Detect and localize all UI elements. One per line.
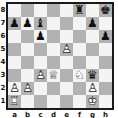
white-pawn: ♙ (21, 82, 34, 95)
square-a1[interactable]: ♜♖ (8, 95, 21, 108)
square-h1[interactable] (99, 95, 112, 108)
white-king-fill: ♚ (86, 95, 99, 108)
square-f2[interactable] (73, 82, 86, 95)
square-a7[interactable]: ♟ (8, 17, 21, 30)
square-g6[interactable] (86, 30, 99, 43)
square-a6[interactable] (8, 30, 21, 43)
black-pawn: ♟ (8, 17, 21, 30)
square-c7[interactable]: ♝ (34, 17, 47, 30)
square-f3[interactable]: ♞♘ (73, 69, 86, 82)
square-b2[interactable]: ♟♙ (21, 82, 34, 95)
square-b4[interactable] (21, 56, 34, 69)
square-e7[interactable] (60, 17, 73, 30)
white-king: ♔ (86, 95, 99, 108)
black-rook: ♜ (73, 4, 86, 17)
square-e4[interactable] (60, 56, 73, 69)
file-label-e: e (60, 110, 73, 118)
square-c3[interactable]: ♟♙ (34, 69, 47, 82)
square-c1[interactable] (34, 95, 47, 108)
file-label-c: c (34, 110, 47, 118)
square-f6[interactable] (73, 30, 86, 43)
square-d1[interactable] (47, 95, 60, 108)
white-queen: ♕ (47, 69, 60, 82)
square-g4[interactable] (86, 56, 99, 69)
square-b8[interactable] (21, 4, 34, 17)
square-c5[interactable] (34, 43, 47, 56)
square-d5[interactable] (47, 43, 60, 56)
black-pawn: ♟ (34, 30, 47, 43)
file-label-b: b (21, 110, 34, 118)
square-f8[interactable]: ♜ (73, 4, 86, 17)
black-queen: ♛ (86, 69, 99, 82)
white-pawn-fill: ♟ (21, 82, 34, 95)
chess-diagram: 8 7 6 5 4 3 2 1 ♜♚♟♟♝♟♟♟♟♙♟♙♛♕♞♘♛♟♙♟♙♟♙♜… (0, 0, 118, 118)
square-c8[interactable] (34, 4, 47, 17)
square-e8[interactable] (60, 4, 73, 17)
file-label-d: d (47, 110, 60, 118)
square-c2[interactable] (34, 82, 47, 95)
square-h6[interactable]: ♟ (99, 30, 112, 43)
square-d8[interactable] (47, 4, 60, 17)
square-b3[interactable] (21, 69, 34, 82)
square-c6[interactable]: ♟ (34, 30, 47, 43)
square-b6[interactable] (21, 30, 34, 43)
file-label-g: g (86, 110, 99, 118)
square-e6[interactable] (60, 30, 73, 43)
square-f4[interactable] (73, 56, 86, 69)
white-pawn-fill: ♟ (34, 69, 47, 82)
square-f1[interactable] (73, 95, 86, 108)
square-b5[interactable] (21, 43, 34, 56)
file-label-f: f (73, 110, 86, 118)
file-label-a: a (8, 110, 21, 118)
white-pawn: ♙ (8, 82, 21, 95)
square-e5[interactable]: ♟♙ (60, 43, 73, 56)
square-f5[interactable] (73, 43, 86, 56)
square-f7[interactable] (73, 17, 86, 30)
square-g3[interactable]: ♛ (86, 69, 99, 82)
white-pawn: ♙ (34, 69, 47, 82)
square-d2[interactable] (47, 82, 60, 95)
square-b7[interactable]: ♟ (21, 17, 34, 30)
white-queen-fill: ♛ (47, 69, 60, 82)
square-e1[interactable] (60, 95, 73, 108)
file-label-h: h (99, 110, 112, 118)
black-pawn: ♟ (86, 17, 99, 30)
square-h5[interactable] (99, 43, 112, 56)
black-king: ♚ (99, 4, 112, 17)
square-a3[interactable] (8, 69, 21, 82)
square-g2[interactable]: ♟♙ (86, 82, 99, 95)
black-pawn: ♟ (21, 17, 34, 30)
white-knight: ♘ (73, 69, 86, 82)
square-b1[interactable] (21, 95, 34, 108)
square-h7[interactable] (99, 17, 112, 30)
white-pawn: ♙ (60, 43, 73, 56)
black-bishop: ♝ (34, 17, 47, 30)
square-g5[interactable] (86, 43, 99, 56)
square-c4[interactable] (34, 56, 47, 69)
white-knight-fill: ♞ (73, 69, 86, 82)
square-a8[interactable] (8, 4, 21, 17)
square-a4[interactable] (8, 56, 21, 69)
square-d7[interactable] (47, 17, 60, 30)
white-pawn-fill: ♟ (8, 82, 21, 95)
white-pawn-fill: ♟ (60, 43, 73, 56)
black-pawn: ♟ (99, 30, 112, 43)
square-h3[interactable] (99, 69, 112, 82)
square-e3[interactable] (60, 69, 73, 82)
square-a5[interactable] (8, 43, 21, 56)
square-h8[interactable]: ♚ (99, 4, 112, 17)
white-rook-fill: ♜ (8, 95, 21, 108)
square-g7[interactable]: ♟ (86, 17, 99, 30)
square-d3[interactable]: ♛♕ (47, 69, 60, 82)
square-h2[interactable] (99, 82, 112, 95)
square-g8[interactable] (86, 4, 99, 17)
board: ♜♚♟♟♝♟♟♟♟♙♟♙♛♕♞♘♛♟♙♟♙♟♙♜♖♚♔ (6, 2, 114, 110)
white-pawn: ♙ (86, 82, 99, 95)
square-a2[interactable]: ♟♙ (8, 82, 21, 95)
square-g1[interactable]: ♚♔ (86, 95, 99, 108)
file-labels: a b c d e f g h (6, 110, 114, 118)
white-rook: ♖ (8, 95, 21, 108)
square-h4[interactable] (99, 56, 112, 69)
white-pawn-fill: ♟ (86, 82, 99, 95)
square-e2[interactable] (60, 82, 73, 95)
square-d6[interactable] (47, 30, 60, 43)
square-d4[interactable] (47, 56, 60, 69)
